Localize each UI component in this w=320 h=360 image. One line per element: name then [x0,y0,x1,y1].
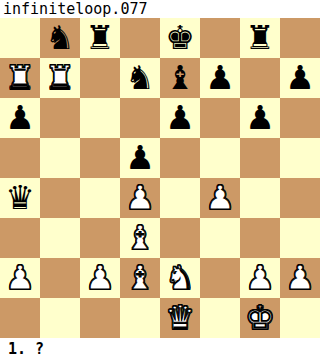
square-g6[interactable]: ♟ [240,98,280,138]
square-e8[interactable]: ♚ [160,18,200,58]
square-h7[interactable]: ♟ [280,58,320,98]
white-pawn-piece: ♟ [85,258,115,298]
white-king-piece: ♚ [245,298,275,338]
white-pawn-piece: ♟ [285,258,315,298]
square-c1[interactable] [80,298,120,338]
square-f5[interactable] [200,138,240,178]
white-knight-piece: ♞ [165,258,195,298]
square-f3[interactable] [200,218,240,258]
square-a2[interactable]: ♟ [0,258,40,298]
black-pawn-piece: ♟ [165,98,195,138]
move-prompt: 1. ? [0,338,320,360]
square-h4[interactable] [280,178,320,218]
black-pawn-piece: ♟ [125,138,155,178]
square-a5[interactable] [0,138,40,178]
square-d7[interactable]: ♞ [120,58,160,98]
black-pawn-piece: ♟ [5,98,35,138]
square-g5[interactable] [240,138,280,178]
square-e4[interactable] [160,178,200,218]
square-a6[interactable]: ♟ [0,98,40,138]
square-h2[interactable]: ♟ [280,258,320,298]
square-g4[interactable] [240,178,280,218]
square-b3[interactable] [40,218,80,258]
square-c7[interactable] [80,58,120,98]
square-h3[interactable] [280,218,320,258]
white-pawn-piece: ♟ [245,258,275,298]
square-f1[interactable] [200,298,240,338]
square-d3[interactable]: ♝ [120,218,160,258]
square-e6[interactable]: ♟ [160,98,200,138]
square-h1[interactable] [280,298,320,338]
black-pawn-piece: ♟ [285,58,315,98]
black-rook-piece: ♜ [85,18,115,58]
square-g8[interactable]: ♜ [240,18,280,58]
white-rook-piece: ♜ [45,58,75,98]
square-a7[interactable]: ♜ [0,58,40,98]
black-queen-piece: ♛ [5,178,35,218]
square-g2[interactable]: ♟ [240,258,280,298]
square-e1[interactable]: ♛ [160,298,200,338]
black-pawn-piece: ♟ [245,98,275,138]
square-b7[interactable]: ♜ [40,58,80,98]
square-g3[interactable] [240,218,280,258]
square-f7[interactable]: ♟ [200,58,240,98]
square-h8[interactable] [280,18,320,58]
square-e3[interactable] [160,218,200,258]
square-e2[interactable]: ♞ [160,258,200,298]
square-a8[interactable] [0,18,40,58]
puzzle-title: infiniteloop.077 [0,0,320,18]
white-rook-piece: ♜ [5,58,35,98]
square-d2[interactable]: ♝ [120,258,160,298]
white-bishop-piece: ♝ [125,218,155,258]
black-knight-piece: ♞ [45,18,75,58]
square-e7[interactable]: ♝ [160,58,200,98]
square-b2[interactable] [40,258,80,298]
square-b6[interactable] [40,98,80,138]
square-c5[interactable] [80,138,120,178]
square-b1[interactable] [40,298,80,338]
square-f2[interactable] [200,258,240,298]
white-pawn-piece: ♟ [5,258,35,298]
square-c6[interactable] [80,98,120,138]
square-d5[interactable]: ♟ [120,138,160,178]
square-c4[interactable] [80,178,120,218]
square-g7[interactable] [240,58,280,98]
square-f8[interactable] [200,18,240,58]
square-d4[interactable]: ♟ [120,178,160,218]
black-knight-piece: ♞ [125,58,155,98]
square-f4[interactable]: ♟ [200,178,240,218]
square-c2[interactable]: ♟ [80,258,120,298]
white-queen-piece: ♛ [165,298,195,338]
square-b5[interactable] [40,138,80,178]
square-d1[interactable] [120,298,160,338]
square-g1[interactable]: ♚ [240,298,280,338]
chess-board: ♞♜♚♜♜♜♞♝♟♟♟♟♟♟♛♟♟♝♟♟♝♞♟♟♛♚ [0,18,320,338]
square-a1[interactable] [0,298,40,338]
black-king-piece: ♚ [165,18,195,58]
white-pawn-piece: ♟ [205,178,235,218]
black-bishop-piece: ♝ [165,58,195,98]
square-a4[interactable]: ♛ [0,178,40,218]
black-rook-piece: ♜ [245,18,275,58]
white-pawn-piece: ♟ [125,178,155,218]
square-h5[interactable] [280,138,320,178]
square-d8[interactable] [120,18,160,58]
square-b8[interactable]: ♞ [40,18,80,58]
square-e5[interactable] [160,138,200,178]
square-d6[interactable] [120,98,160,138]
square-a3[interactable] [0,218,40,258]
square-f6[interactable] [200,98,240,138]
square-c8[interactable]: ♜ [80,18,120,58]
square-h6[interactable] [280,98,320,138]
square-c3[interactable] [80,218,120,258]
white-bishop-piece: ♝ [125,258,155,298]
square-b4[interactable] [40,178,80,218]
black-pawn-piece: ♟ [205,58,235,98]
